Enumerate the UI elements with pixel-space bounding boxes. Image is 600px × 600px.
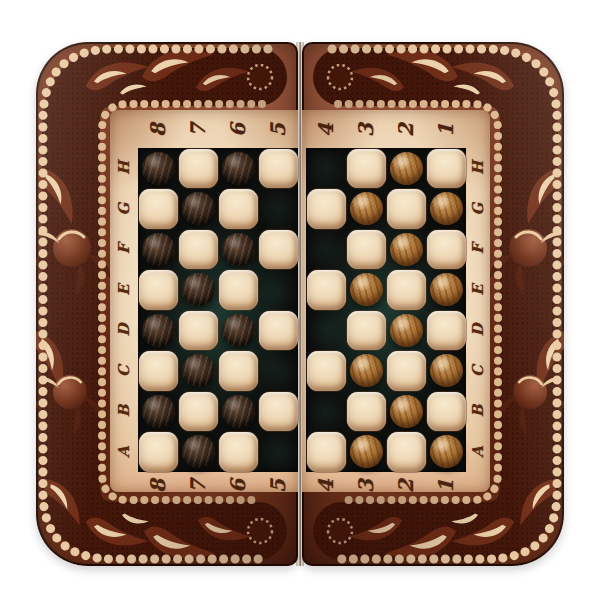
square-h7[interactable] — [178, 148, 218, 189]
checker-piece-dark[interactable] — [142, 152, 175, 185]
light-square-pillow — [347, 392, 386, 432]
square-e8[interactable] — [138, 270, 178, 311]
light-square-pillow — [139, 432, 178, 472]
checker-piece-light[interactable] — [350, 354, 383, 387]
square-c2[interactable] — [386, 351, 426, 392]
square-b8[interactable] — [138, 391, 178, 432]
square-a2[interactable] — [386, 432, 426, 473]
rank-number-label-bottom-4: 4 — [312, 474, 340, 498]
light-square-pillow — [307, 351, 346, 391]
square-e1[interactable] — [426, 270, 466, 311]
checker-piece-light[interactable] — [430, 435, 463, 468]
square-a5[interactable] — [258, 432, 298, 473]
playing-grid-left-half — [138, 148, 298, 472]
checker-piece-light[interactable] — [430, 273, 463, 306]
square-f5[interactable] — [258, 229, 298, 270]
rank-number-label-bottom-1: 1 — [432, 474, 460, 498]
file-letter-label-right-g: G — [464, 197, 492, 221]
light-square-pillow — [259, 311, 298, 351]
square-d6[interactable] — [218, 310, 258, 351]
square-h8[interactable] — [138, 148, 178, 189]
light-square-pillow — [179, 311, 218, 351]
square-b1[interactable] — [426, 391, 466, 432]
checker-piece-light[interactable] — [390, 152, 423, 185]
square-d7[interactable] — [178, 310, 218, 351]
light-square-pillow — [139, 351, 178, 391]
file-letter-label-left-h: H — [110, 156, 138, 180]
rank-number-label-bottom-2: 2 — [392, 474, 420, 498]
checker-piece-light[interactable] — [390, 233, 423, 266]
square-e5[interactable] — [258, 270, 298, 311]
light-square-pillow — [179, 392, 218, 432]
square-b6[interactable] — [218, 391, 258, 432]
rank-number-label-top-7: 7 — [184, 118, 212, 142]
file-letter-label-left-f: F — [110, 237, 138, 261]
checker-piece-light[interactable] — [390, 395, 423, 428]
checker-piece-dark[interactable] — [142, 314, 175, 347]
light-square-pillow — [139, 189, 178, 229]
square-h5[interactable] — [258, 148, 298, 189]
rank-number-label-top-6: 6 — [224, 118, 252, 142]
file-letter-label-left-d: D — [110, 318, 138, 342]
file-letter-label-right-f: F — [464, 237, 492, 261]
square-c3[interactable] — [346, 351, 386, 392]
square-a1[interactable] — [426, 432, 466, 473]
square-c7[interactable] — [178, 351, 218, 392]
square-g7[interactable] — [178, 189, 218, 230]
light-square-pillow — [387, 351, 426, 391]
square-a6[interactable] — [218, 432, 258, 473]
light-square-pillow — [387, 189, 426, 229]
file-letter-label-right-e: E — [464, 278, 492, 302]
light-square-pillow — [347, 149, 386, 189]
file-letter-label-right-b: B — [464, 399, 492, 423]
checker-piece-light[interactable] — [390, 314, 423, 347]
square-b2[interactable] — [386, 391, 426, 432]
file-letter-label-right-d: D — [464, 318, 492, 342]
square-e4[interactable] — [306, 270, 346, 311]
square-c1[interactable] — [426, 351, 466, 392]
square-d4[interactable] — [306, 310, 346, 351]
square-d2[interactable] — [386, 310, 426, 351]
rank-number-label-bottom-3: 3 — [352, 474, 380, 498]
square-d1[interactable] — [426, 310, 466, 351]
square-h3[interactable] — [346, 148, 386, 189]
checker-piece-dark[interactable] — [182, 192, 215, 225]
rank-number-label-top-4: 4 — [312, 118, 340, 142]
square-e2[interactable] — [386, 270, 426, 311]
rank-number-label-top-1: 1 — [432, 118, 460, 142]
checker-piece-light[interactable] — [430, 354, 463, 387]
square-g3[interactable] — [346, 189, 386, 230]
square-c4[interactable] — [306, 351, 346, 392]
square-e6[interactable] — [218, 270, 258, 311]
checker-piece-light[interactable] — [430, 192, 463, 225]
rank-number-label-bottom-8: 8 — [144, 474, 172, 498]
light-square-pillow — [307, 432, 346, 472]
light-square-pillow — [347, 311, 386, 351]
rank-number-label-bottom-5: 5 — [264, 474, 292, 498]
light-square-pillow — [219, 270, 258, 310]
checker-piece-dark[interactable] — [182, 435, 215, 468]
light-square-pillow — [387, 432, 426, 472]
light-square-pillow — [427, 392, 466, 432]
square-g8[interactable] — [138, 189, 178, 230]
light-square-pillow — [219, 189, 258, 229]
square-f6[interactable] — [218, 229, 258, 270]
square-c8[interactable] — [138, 351, 178, 392]
square-f8[interactable] — [138, 229, 178, 270]
square-f7[interactable] — [178, 229, 218, 270]
checker-piece-dark[interactable] — [222, 233, 255, 266]
checker-piece-dark[interactable] — [142, 395, 175, 428]
checker-piece-light[interactable] — [350, 435, 383, 468]
square-h6[interactable] — [218, 148, 258, 189]
file-letter-label-left-c: C — [110, 359, 138, 383]
square-b7[interactable] — [178, 391, 218, 432]
light-square-pillow — [387, 270, 426, 310]
square-b3[interactable] — [346, 391, 386, 432]
checker-piece-dark[interactable] — [222, 395, 255, 428]
light-square-pillow — [259, 230, 298, 270]
light-square-pillow — [219, 432, 258, 472]
square-g5[interactable] — [258, 189, 298, 230]
square-a8[interactable] — [138, 432, 178, 473]
file-letter-label-right-c: C — [464, 359, 492, 383]
square-d8[interactable] — [138, 310, 178, 351]
square-e3[interactable] — [346, 270, 386, 311]
square-f4[interactable] — [306, 229, 346, 270]
square-b5[interactable] — [258, 391, 298, 432]
file-letter-label-left-g: G — [110, 197, 138, 221]
rank-number-label-top-3: 3 — [352, 118, 380, 142]
light-square-pillow — [307, 270, 346, 310]
light-square-pillow — [259, 392, 298, 432]
playing-grid-right-half — [306, 148, 466, 472]
square-g4[interactable] — [306, 189, 346, 230]
file-letter-label-left-e: E — [110, 278, 138, 302]
checker-piece-dark[interactable] — [222, 314, 255, 347]
rank-number-label-bottom-6: 6 — [224, 474, 252, 498]
checker-piece-light[interactable] — [350, 273, 383, 306]
light-square-pillow — [179, 149, 218, 189]
square-h1[interactable] — [426, 148, 466, 189]
file-letter-label-left-b: B — [110, 399, 138, 423]
square-b4[interactable] — [306, 391, 346, 432]
square-e7[interactable] — [178, 270, 218, 311]
light-square-pillow — [307, 189, 346, 229]
rank-number-label-top-5: 5 — [264, 118, 292, 142]
checker-piece-dark[interactable] — [182, 354, 215, 387]
checker-piece-dark[interactable] — [222, 152, 255, 185]
square-a4[interactable] — [306, 432, 346, 473]
file-letter-label-right-h: H — [464, 156, 492, 180]
square-d5[interactable] — [258, 310, 298, 351]
square-f3[interactable] — [346, 229, 386, 270]
square-a3[interactable] — [346, 432, 386, 473]
light-square-pillow — [427, 149, 466, 189]
light-square-pillow — [347, 230, 386, 270]
square-a7[interactable] — [178, 432, 218, 473]
light-square-pillow — [139, 270, 178, 310]
light-square-pillow — [427, 311, 466, 351]
carved-checkers-board-photo: 88HH77GG66FF55EE44DD33CC22BB11AA — [0, 0, 600, 600]
checker-piece-dark[interactable] — [182, 273, 215, 306]
square-h4[interactable] — [306, 148, 346, 189]
rank-number-label-bottom-7: 7 — [184, 474, 212, 498]
square-h2[interactable] — [386, 148, 426, 189]
light-square-pillow — [179, 230, 218, 270]
square-c5[interactable] — [258, 351, 298, 392]
square-d3[interactable] — [346, 310, 386, 351]
square-c6[interactable] — [218, 351, 258, 392]
file-letter-label-left-a: A — [110, 440, 138, 464]
checker-piece-light[interactable] — [350, 192, 383, 225]
square-f2[interactable] — [386, 229, 426, 270]
light-square-pillow — [427, 230, 466, 270]
rank-number-label-top-8: 8 — [144, 118, 172, 142]
light-square-pillow — [219, 351, 258, 391]
rank-number-label-top-2: 2 — [392, 118, 420, 142]
square-g6[interactable] — [218, 189, 258, 230]
checker-piece-dark[interactable] — [142, 233, 175, 266]
square-f1[interactable] — [426, 229, 466, 270]
file-letter-label-right-a: A — [464, 440, 492, 464]
square-g2[interactable] — [386, 189, 426, 230]
light-square-pillow — [259, 149, 298, 189]
square-g1[interactable] — [426, 189, 466, 230]
